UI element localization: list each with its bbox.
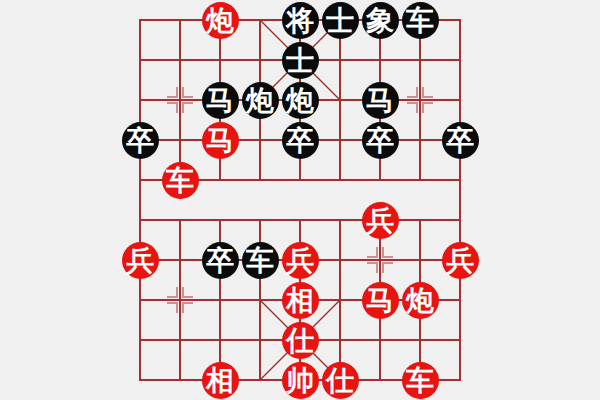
red-elephant[interactable]: 相 bbox=[202, 362, 239, 399]
black-advisor[interactable]: 士 bbox=[282, 42, 319, 79]
red-soldier[interactable]: 兵 bbox=[362, 202, 399, 239]
black-cannon[interactable]: 炮 bbox=[282, 82, 319, 119]
red-soldier[interactable]: 兵 bbox=[442, 242, 479, 279]
black-elephant[interactable]: 象 bbox=[362, 2, 399, 39]
pieces-layer: 炮将士象车士马炮炮马卒马卒卒卒车兵兵卒车兵兵相马炮仕相帅仕车 bbox=[140, 20, 460, 380]
red-advisor[interactable]: 仕 bbox=[282, 322, 319, 359]
red-advisor[interactable]: 仕 bbox=[322, 362, 359, 399]
xiangqi-screenshot: 炮将士象车士马炮炮马卒马卒卒卒车兵兵卒车兵兵相马炮仕相帅仕车 bbox=[0, 0, 600, 400]
black-chariot[interactable]: 车 bbox=[402, 2, 439, 39]
red-chariot[interactable]: 车 bbox=[162, 162, 199, 199]
red-horse[interactable]: 马 bbox=[202, 122, 239, 159]
black-horse[interactable]: 马 bbox=[202, 82, 239, 119]
black-general[interactable]: 将 bbox=[282, 2, 319, 39]
black-soldier[interactable]: 卒 bbox=[362, 122, 399, 159]
black-chariot[interactable]: 车 bbox=[242, 242, 279, 279]
black-soldier[interactable]: 卒 bbox=[442, 122, 479, 159]
black-horse[interactable]: 马 bbox=[362, 82, 399, 119]
black-advisor[interactable]: 士 bbox=[322, 2, 359, 39]
red-cannon[interactable]: 炮 bbox=[202, 2, 239, 39]
black-soldier[interactable]: 卒 bbox=[122, 122, 159, 159]
red-elephant[interactable]: 相 bbox=[282, 282, 319, 319]
red-chariot[interactable]: 车 bbox=[402, 362, 439, 399]
red-soldier[interactable]: 兵 bbox=[282, 242, 319, 279]
black-cannon[interactable]: 炮 bbox=[242, 82, 279, 119]
red-general[interactable]: 帅 bbox=[282, 362, 319, 399]
xiangqi-board[interactable]: 炮将士象车士马炮炮马卒马卒卒卒车兵兵卒车兵兵相马炮仕相帅仕车 bbox=[140, 20, 460, 380]
red-cannon[interactable]: 炮 bbox=[402, 282, 439, 319]
red-horse[interactable]: 马 bbox=[362, 282, 399, 319]
black-soldier[interactable]: 卒 bbox=[282, 122, 319, 159]
red-soldier[interactable]: 兵 bbox=[122, 242, 159, 279]
black-soldier[interactable]: 卒 bbox=[202, 242, 239, 279]
